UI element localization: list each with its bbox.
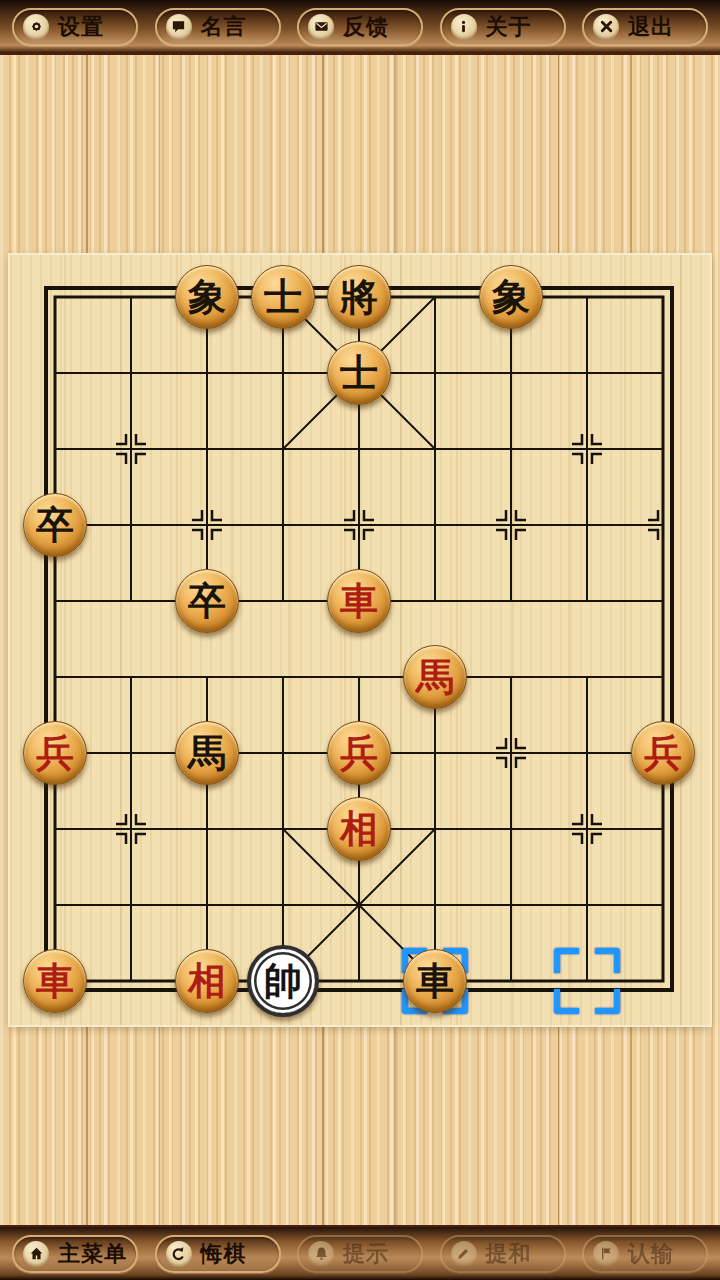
quotes-button[interactable]: 名言 [155,8,281,46]
black-piece-卒[interactable]: 卒 [175,569,239,633]
red-piece-相[interactable]: 相 [327,797,391,861]
piece-character: 象 [492,278,530,316]
piece-character: 士 [340,354,378,392]
pencil-icon [451,1241,477,1267]
piece-character: 馬 [416,658,454,696]
piece-character: 兵 [340,734,378,772]
piece-character: 相 [188,962,226,1000]
black-piece-馬[interactable]: 馬 [175,721,239,785]
info-icon [451,14,477,40]
black-piece-車[interactable]: 車 [403,949,467,1013]
undo-icon [166,1241,192,1267]
black-piece-象[interactable]: 象 [479,265,543,329]
piece-character: 卒 [188,582,226,620]
piece-character: 相 [340,810,378,848]
move-highlight-brackets [554,948,620,1014]
close-icon [593,14,619,40]
piece-character: 車 [340,582,378,620]
red-piece-車[interactable]: 車 [327,569,391,633]
about-button[interactable]: 关于 [440,8,566,46]
resign-button: 认输 [582,1235,708,1273]
piece-character: 馬 [188,734,226,772]
undo-button[interactable]: 悔棋 [155,1235,281,1273]
piece-character: 卒 [36,506,74,544]
board-pieces-grid: 象士將象士卒卒車馬兵馬兵兵相車相帥車 [17,259,701,1019]
quotes-label: 名言 [201,12,247,42]
black-piece-象[interactable]: 象 [175,265,239,329]
piece-character: 士 [264,278,302,316]
offer-draw-label: 提和 [486,1239,532,1269]
feedback-label: 反馈 [343,12,389,42]
exit-button[interactable]: 退出 [582,8,708,46]
feedback-button[interactable]: 反馈 [297,8,423,46]
piece-character: 車 [416,962,454,1000]
piece-character: 帥 [264,962,302,1000]
hint-button: 提示 [297,1235,423,1273]
hint-label: 提示 [343,1239,389,1269]
red-piece-帥[interactable]: 帥 [247,945,319,1017]
gear-icon [23,14,49,40]
piece-character: 兵 [36,734,74,772]
piece-character: 將 [340,278,378,316]
red-piece-兵[interactable]: 兵 [327,721,391,785]
home-icon [23,1241,49,1267]
resign-label: 认输 [628,1239,674,1269]
main-menu-label: 主菜单 [58,1239,127,1269]
exit-label: 退出 [628,12,674,42]
black-piece-將[interactable]: 將 [327,265,391,329]
piece-character: 象 [188,278,226,316]
black-piece-卒[interactable]: 卒 [23,493,87,557]
top-toolbar: 设置名言反馈关于退出 [0,0,720,55]
mail-icon [308,14,334,40]
main-menu-button[interactable]: 主菜单 [12,1235,138,1273]
xiangqi-board: 象士將象士卒卒車馬兵馬兵兵相車相帥車 [10,255,710,1025]
red-piece-兵[interactable]: 兵 [631,721,695,785]
settings-button[interactable]: 设置 [12,8,138,46]
flag-icon [593,1241,619,1267]
black-piece-士[interactable]: 士 [251,265,315,329]
bell-icon [308,1241,334,1267]
red-piece-馬[interactable]: 馬 [403,645,467,709]
black-piece-士[interactable]: 士 [327,341,391,405]
red-piece-兵[interactable]: 兵 [23,721,87,785]
piece-character: 兵 [644,734,682,772]
undo-label: 悔棋 [201,1239,247,1269]
bottom-toolbar: 主菜单悔棋提示提和认输 [0,1225,720,1280]
offer-draw-button: 提和 [440,1235,566,1273]
red-piece-相[interactable]: 相 [175,949,239,1013]
speech-icon [166,14,192,40]
settings-label: 设置 [58,12,104,42]
about-label: 关于 [486,12,532,42]
piece-character: 車 [36,962,74,1000]
red-piece-車[interactable]: 車 [23,949,87,1013]
